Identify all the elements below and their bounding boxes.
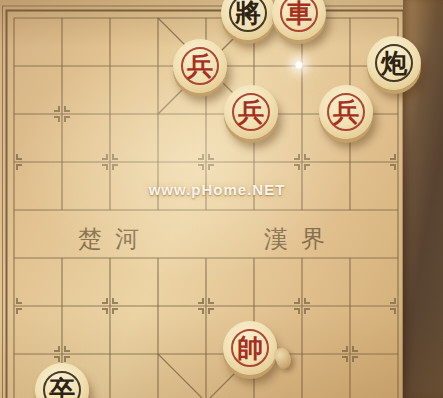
- effects-layer: [0, 0, 443, 398]
- watermark: www.pHome.NET: [149, 181, 286, 198]
- hand-cursor-artifact: [272, 345, 294, 370]
- xiangqi-app-screenshot: 楚河 漢界 將車炮兵兵兵帥卒 www.pHome.NET: [0, 0, 443, 398]
- move-sparkle: [296, 62, 303, 69]
